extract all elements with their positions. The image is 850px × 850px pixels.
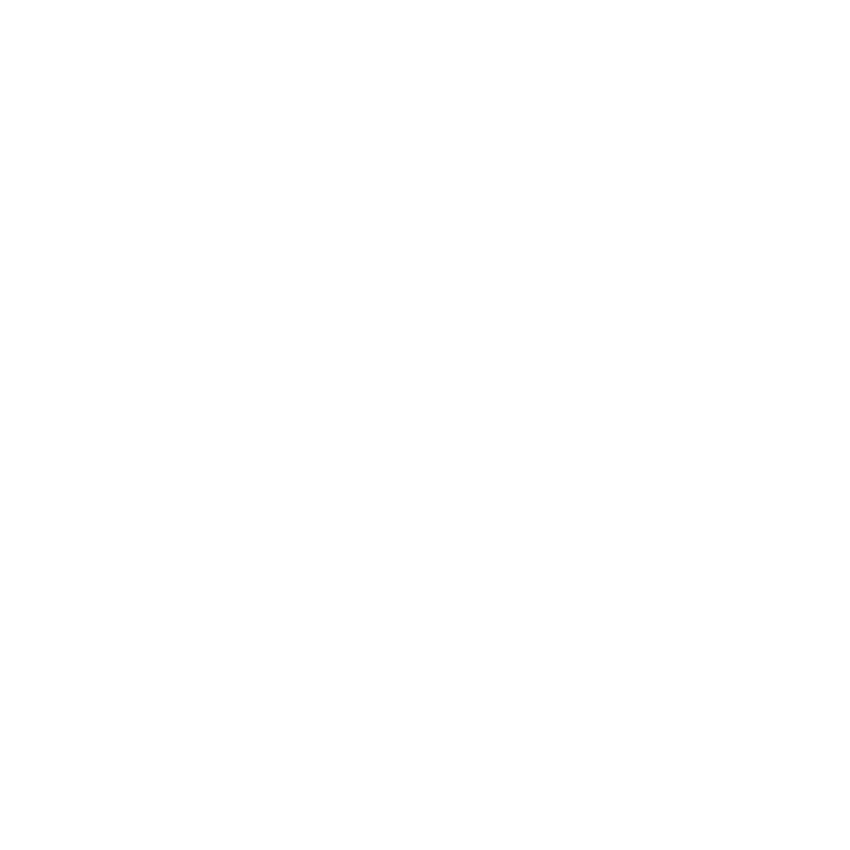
product-photo-scene (0, 0, 850, 850)
chinese-checkers-board-scene (0, 0, 850, 850)
